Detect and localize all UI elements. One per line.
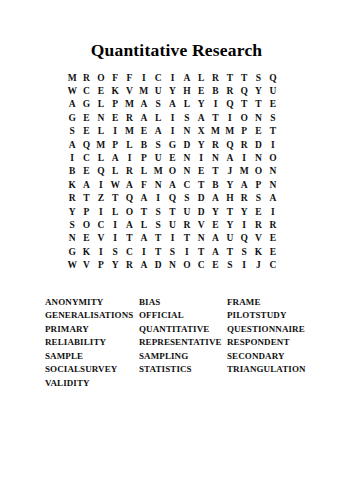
grid-cell-r3c15: E <box>266 98 280 111</box>
grid-cell-r9c8: A <box>165 178 179 191</box>
grid-cell-r14c5: C <box>122 245 136 258</box>
grid-cell-r6c1: A <box>65 138 79 151</box>
grid-cell-r6c6: B <box>137 138 151 151</box>
grid-cell-r9c1: K <box>65 178 79 191</box>
grid-cell-r1c10: L <box>194 71 208 84</box>
grid-cell-r14c1: G <box>65 245 79 258</box>
grid-cell-r10c1: R <box>65 192 79 205</box>
grid-cell-r5c11: M <box>208 125 222 138</box>
word-list-item: SOCIALSURVEY <box>45 363 133 376</box>
grid-cell-r13c3: V <box>94 232 108 245</box>
grid-cell-r1c4: F <box>108 71 122 84</box>
grid-cell-r2c13: Q <box>237 84 251 97</box>
grid-cell-r9c5: A <box>122 178 136 191</box>
grid-cell-r11c10: D <box>194 205 208 218</box>
word-list-item: OFFICIAL <box>139 309 222 322</box>
grid-cell-r3c6: A <box>137 98 151 111</box>
grid-cell-r7c6: P <box>137 151 151 164</box>
grid-cell-r6c5: L <box>122 138 136 151</box>
grid-cell-r12c6: L <box>137 218 151 231</box>
grid-cell-r11c2: P <box>79 205 93 218</box>
grid-cell-r8c2: E <box>79 165 93 178</box>
grid-cell-r3c10: Y <box>194 98 208 111</box>
grid-cell-r14c6: I <box>137 245 151 258</box>
grid-cell-r14c12: T <box>223 245 237 258</box>
grid-cell-r8c1: B <box>65 165 79 178</box>
grid-cell-r3c8: A <box>165 98 179 111</box>
grid-cell-r8c12: J <box>223 165 237 178</box>
grid-cell-r4c4: E <box>108 111 122 124</box>
grid-cell-r8c10: E <box>194 165 208 178</box>
grid-cell-r14c10: T <box>194 245 208 258</box>
grid-cell-r2c5: V <box>122 84 136 97</box>
grid-cell-r1c8: I <box>165 71 179 84</box>
grid-cell-r15c4: Y <box>108 259 122 272</box>
grid-cell-r8c6: L <box>137 165 151 178</box>
grid-cell-r2c9: H <box>180 84 194 97</box>
grid-cell-r6c11: R <box>208 138 222 151</box>
grid-cell-r11c4: L <box>108 205 122 218</box>
grid-cell-r7c5: I <box>122 151 136 164</box>
grid-cell-r10c10: D <box>194 192 208 205</box>
grid-cell-r5c8: I <box>165 125 179 138</box>
grid-cell-r13c5: T <box>122 232 136 245</box>
grid-cell-r7c1: I <box>65 151 79 164</box>
grid-cell-r5c5: M <box>122 125 136 138</box>
grid-cell-r6c15: I <box>266 138 280 151</box>
grid-cell-r13c10: N <box>194 232 208 245</box>
grid-cell-r13c12: U <box>223 232 237 245</box>
grid-cell-r10c14: S <box>251 192 265 205</box>
grid-cell-r15c11: E <box>208 259 222 272</box>
grid-cell-r11c5: O <box>122 205 136 218</box>
grid-cell-r3c11: I <box>208 98 222 111</box>
grid-cell-r14c11: A <box>208 245 222 258</box>
grid-cell-r14c8: S <box>165 245 179 258</box>
grid-cell-r10c9: S <box>180 192 194 205</box>
grid-cell-r9c7: N <box>151 178 165 191</box>
word-list-item: SAMPLE <box>45 350 133 363</box>
grid-cell-r5c15: T <box>266 125 280 138</box>
grid-cell-r3c5: M <box>122 98 136 111</box>
grid-cell-r9c2: A <box>79 178 93 191</box>
grid-cell-r15c7: D <box>151 259 165 272</box>
grid-cell-r15c2: V <box>79 259 93 272</box>
grid-cell-r9c14: P <box>251 178 265 191</box>
grid-cell-r5c14: E <box>251 125 265 138</box>
grid-cell-r8c5: R <box>122 165 136 178</box>
grid-cell-r1c9: A <box>180 71 194 84</box>
grid-cell-r2c4: K <box>108 84 122 97</box>
grid-cell-r8c7: M <box>151 165 165 178</box>
grid-cell-r14c2: K <box>79 245 93 258</box>
grid-cell-r9c6: F <box>137 178 151 191</box>
grid-cell-r13c7: T <box>151 232 165 245</box>
grid-cell-r12c7: S <box>151 218 165 231</box>
word-list-item: ANONYMITY <box>45 296 133 309</box>
grid-cell-r1c13: T <box>237 71 251 84</box>
grid-cell-r15c10: C <box>194 259 208 272</box>
grid-cell-r6c14: D <box>251 138 265 151</box>
word-list-item: TRIANGULATION <box>227 363 306 376</box>
grid-cell-r6c2: Q <box>79 138 93 151</box>
grid-cell-r11c11: Y <box>208 205 222 218</box>
grid-cell-r2c2: C <box>79 84 93 97</box>
grid-cell-r14c4: S <box>108 245 122 258</box>
word-list-item: RELIABILITY <box>45 336 133 349</box>
grid-cell-r2c11: B <box>208 84 222 97</box>
grid-cell-r7c4: A <box>108 151 122 164</box>
grid-cell-r1c7: C <box>151 71 165 84</box>
grid-cell-r2c8: Y <box>165 84 179 97</box>
grid-cell-r5c3: L <box>94 125 108 138</box>
grid-cell-r15c13: I <box>237 259 251 272</box>
grid-cell-r5c7: A <box>151 125 165 138</box>
grid-cell-r1c11: R <box>208 71 222 84</box>
grid-cell-r15c15: C <box>266 259 280 272</box>
grid-cell-r1c2: R <box>79 71 93 84</box>
word-list-item: SECONDARY <box>227 350 306 363</box>
grid-cell-r4c1: G <box>65 111 79 124</box>
word-list-item: PRIMARY <box>45 323 133 336</box>
grid-cell-r14c7: T <box>151 245 165 258</box>
grid-cell-r6c7: S <box>151 138 165 151</box>
grid-cell-r12c11: E <box>208 218 222 231</box>
grid-cell-r5c12: M <box>223 125 237 138</box>
grid-cell-r5c9: N <box>180 125 194 138</box>
word-list-item: SAMPLING <box>139 350 222 363</box>
grid-cell-r11c12: T <box>223 205 237 218</box>
grid-cell-r2c14: Y <box>251 84 265 97</box>
grid-cell-r15c8: N <box>165 259 179 272</box>
word-list-item: QUANTITATIVE <box>139 323 222 336</box>
grid-cell-r11c13: Y <box>237 205 251 218</box>
grid-cell-r9c13: A <box>237 178 251 191</box>
grid-cell-r10c5: Q <box>122 192 136 205</box>
word-list-item: VALIDITY <box>45 377 133 390</box>
word-list-item: GENERALISATIONS <box>45 309 133 322</box>
grid-cell-r5c2: E <box>79 125 93 138</box>
grid-cell-r13c8: I <box>165 232 179 245</box>
grid-cell-r8c4: L <box>108 165 122 178</box>
grid-cell-r11c3: I <box>94 205 108 218</box>
word-list-item: PILOTSTUDY <box>227 309 306 322</box>
grid-cell-r3c14: T <box>251 98 265 111</box>
grid-cell-r6c3: M <box>94 138 108 151</box>
grid-cell-r12c2: O <box>79 218 93 231</box>
grid-cell-r7c14: N <box>251 151 265 164</box>
grid-cell-r3c3: L <box>94 98 108 111</box>
grid-cell-r9c9: C <box>180 178 194 191</box>
grid-cell-r13c1: N <box>65 232 79 245</box>
grid-cell-r7c9: N <box>180 151 194 164</box>
grid-cell-r9c10: T <box>194 178 208 191</box>
grid-cell-r4c5: R <box>122 111 136 124</box>
grid-cell-r13c14: V <box>251 232 265 245</box>
grid-cell-r10c3: Z <box>94 192 108 205</box>
grid-cell-r2c7: U <box>151 84 165 97</box>
grid-cell-r1c3: O <box>94 71 108 84</box>
grid-cell-r11c9: U <box>180 205 194 218</box>
grid-cell-r12c4: I <box>108 218 122 231</box>
grid-cell-r6c4: P <box>108 138 122 151</box>
grid-cell-r8c14: O <box>251 165 265 178</box>
grid-cell-r6c9: D <box>180 138 194 151</box>
grid-cell-r15c3: P <box>94 259 108 272</box>
grid-cell-r11c1: Y <box>65 205 79 218</box>
grid-cell-r2c3: E <box>94 84 108 97</box>
grid-cell-r10c4: T <box>108 192 122 205</box>
grid-cell-r10c7: I <box>151 192 165 205</box>
grid-cell-r10c12: H <box>223 192 237 205</box>
grid-cell-r2c12: R <box>223 84 237 97</box>
grid-cell-r2c15: U <box>266 84 280 97</box>
grid-cell-r7c10: I <box>194 151 208 164</box>
grid-cell-r1c12: T <box>223 71 237 84</box>
grid-cell-r4c14: N <box>251 111 265 124</box>
grid-cell-r13c11: A <box>208 232 222 245</box>
grid-cell-r8c8: O <box>165 165 179 178</box>
grid-cell-r1c6: I <box>137 71 151 84</box>
grid-cell-r9c11: B <box>208 178 222 191</box>
grid-cell-r6c13: R <box>237 138 251 151</box>
grid-cell-r1c15: Q <box>266 71 280 84</box>
grid-cell-r4c3: N <box>94 111 108 124</box>
grid-cell-r12c14: R <box>251 218 265 231</box>
grid-cell-r11c15: I <box>266 205 280 218</box>
grid-cell-r9c12: Y <box>223 178 237 191</box>
grid-cell-r7c11: N <box>208 151 222 164</box>
grid-cell-r4c7: L <box>151 111 165 124</box>
grid-cell-r11c8: T <box>165 205 179 218</box>
grid-cell-r6c12: Q <box>223 138 237 151</box>
word-search-page: Quantitative Research MROFFICIALRTTSQWCE… <box>0 0 353 500</box>
grid-cell-r8c15: N <box>266 165 280 178</box>
grid-cell-r14c13: S <box>237 245 251 258</box>
grid-cell-r3c1: A <box>65 98 79 111</box>
grid-cell-r9c15: N <box>266 178 280 191</box>
grid-cell-r14c14: K <box>251 245 265 258</box>
grid-cell-r14c3: I <box>94 245 108 258</box>
grid-cell-r11c14: E <box>251 205 265 218</box>
grid-cell-r11c7: S <box>151 205 165 218</box>
grid-cell-r3c2: G <box>79 98 93 111</box>
grid-cell-r4c9: S <box>180 111 194 124</box>
grid-cell-r1c5: F <box>122 71 136 84</box>
grid-cell-r12c9: R <box>180 218 194 231</box>
grid-cell-r7c3: L <box>94 151 108 164</box>
grid-cell-r12c3: C <box>94 218 108 231</box>
grid-cell-r12c10: V <box>194 218 208 231</box>
word-list-item: REPRESENTATIVE <box>139 336 222 349</box>
grid-cell-r9c3: I <box>94 178 108 191</box>
grid-cell-r13c13: Q <box>237 232 251 245</box>
grid-cell-r12c8: U <box>165 218 179 231</box>
grid-cell-r10c15: A <box>266 192 280 205</box>
grid-cell-r4c13: O <box>237 111 251 124</box>
grid-cell-r7c12: A <box>223 151 237 164</box>
grid-cell-r15c5: R <box>122 259 136 272</box>
grid-cell-r13c15: E <box>266 232 280 245</box>
grid-cell-r15c1: W <box>65 259 79 272</box>
word-list-item: RESPONDENT <box>227 336 306 349</box>
grid-cell-r12c1: S <box>65 218 79 231</box>
grid-cell-r4c2: E <box>79 111 93 124</box>
grid-cell-r2c6: M <box>137 84 151 97</box>
grid-cell-r6c10: Y <box>194 138 208 151</box>
grid-cell-r4c12: I <box>223 111 237 124</box>
grid-cell-r3c13: T <box>237 98 251 111</box>
grid-cell-r4c8: I <box>165 111 179 124</box>
grid-cell-r12c13: I <box>237 218 251 231</box>
grid-cell-r4c11: T <box>208 111 222 124</box>
grid-cell-r13c4: I <box>108 232 122 245</box>
grid-cell-r4c15: S <box>266 111 280 124</box>
grid-cell-r1c14: S <box>251 71 265 84</box>
grid-cell-r12c5: A <box>122 218 136 231</box>
grid-cell-r4c10: A <box>194 111 208 124</box>
grid-cell-r5c4: I <box>108 125 122 138</box>
grid-cell-r2c10: E <box>194 84 208 97</box>
grid-cell-r15c9: O <box>180 259 194 272</box>
word-column-2: BIASOFFICIALQUANTITATIVEREPRESENTATIVESA… <box>139 296 222 377</box>
grid-cell-r7c8: E <box>165 151 179 164</box>
grid-cell-r7c7: U <box>151 151 165 164</box>
grid-cell-r1c1: M <box>65 71 79 84</box>
grid-cell-r12c15: R <box>266 218 280 231</box>
grid-cell-r14c9: I <box>180 245 194 258</box>
grid-cell-r3c12: Q <box>223 98 237 111</box>
grid-cell-r10c13: R <box>237 192 251 205</box>
grid-cell-r3c7: S <box>151 98 165 111</box>
grid-cell-r13c2: E <box>79 232 93 245</box>
grid-cell-r3c4: P <box>108 98 122 111</box>
grid-cell-r8c11: T <box>208 165 222 178</box>
grid-cell-r13c9: T <box>180 232 194 245</box>
word-column-3: FRAMEPILOTSTUDYQUESTIONNAIRERESPONDENTSE… <box>227 296 306 377</box>
grid-cell-r6c8: G <box>165 138 179 151</box>
puzzle-title: Quantitative Research <box>0 40 353 61</box>
grid-cell-r11c6: T <box>137 205 151 218</box>
grid-cell-r9c4: W <box>108 178 122 191</box>
word-list-item: QUESTIONNAIRE <box>227 323 306 336</box>
grid-cell-r15c14: J <box>251 259 265 272</box>
word-search-grid: MROFFICIALRTTSQWCEKVMUYHEBRQYUAGLPMASALY… <box>65 71 280 272</box>
grid-cell-r8c9: N <box>180 165 194 178</box>
grid-cell-r15c12: S <box>223 259 237 272</box>
word-column-1: ANONYMITYGENERALISATIONSPRIMARYRELIABILI… <box>45 296 133 390</box>
grid-cell-r12c12: Y <box>223 218 237 231</box>
grid-cell-r10c6: A <box>137 192 151 205</box>
grid-cell-r5c13: P <box>237 125 251 138</box>
grid-cell-r7c13: I <box>237 151 251 164</box>
grid-cell-r5c6: E <box>137 125 151 138</box>
grid-cell-r8c3: Q <box>94 165 108 178</box>
grid-cell-r7c2: C <box>79 151 93 164</box>
grid-cell-r10c2: T <box>79 192 93 205</box>
grid-cell-r2c1: W <box>65 84 79 97</box>
grid-cell-r8c13: M <box>237 165 251 178</box>
grid-cell-r7c15: O <box>266 151 280 164</box>
word-list-item: BIAS <box>139 296 222 309</box>
grid-cell-r3c9: L <box>180 98 194 111</box>
grid-cell-r5c1: S <box>65 125 79 138</box>
grid-cell-r14c15: E <box>266 245 280 258</box>
grid-cell-r10c8: Q <box>165 192 179 205</box>
word-list-item: FRAME <box>227 296 306 309</box>
grid-cell-r13c6: A <box>137 232 151 245</box>
grid-cell-r15c6: A <box>137 259 151 272</box>
grid-cell-r5c10: X <box>194 125 208 138</box>
grid-cell-r10c11: A <box>208 192 222 205</box>
word-list-item: STATISTICS <box>139 363 222 376</box>
grid-cell-r4c6: A <box>137 111 151 124</box>
